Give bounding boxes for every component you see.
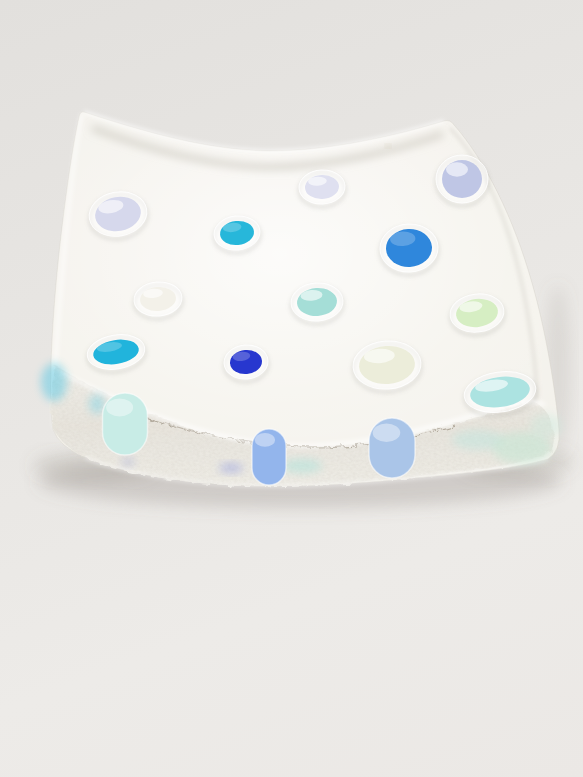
- edge-dot-mint-capsule: [103, 393, 148, 455]
- capsule-highlight: [373, 424, 401, 442]
- fleck-aqua-band-center: [282, 459, 322, 473]
- capsule-highlight: [255, 433, 275, 447]
- dot-lavender-top-right: [436, 155, 488, 206]
- fleck-violet-band: [219, 463, 243, 473]
- fleck-turquoise-left-edge: [41, 363, 67, 401]
- edge-dot-iceblue-drop: [369, 418, 415, 478]
- photo-canvas: [0, 0, 583, 777]
- fleck-blue-under-mint: [121, 458, 135, 466]
- dot-highlight: [446, 162, 468, 176]
- speck-dust: [386, 145, 390, 148]
- fleck-mint-corner-upper: [530, 414, 562, 438]
- glass-dish-photo: [0, 0, 583, 777]
- capsule-highlight: [106, 398, 133, 416]
- edge-dot-periwinkle-capsule: [252, 429, 286, 485]
